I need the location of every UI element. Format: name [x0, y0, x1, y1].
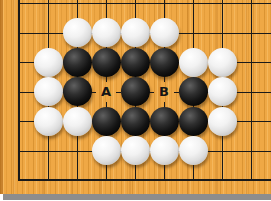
white-stone: [92, 18, 121, 47]
grid-line: [18, 0, 20, 181]
black-stone: [121, 77, 150, 106]
point-label-a[interactable]: A: [97, 85, 115, 99]
white-stone: [179, 48, 208, 77]
label-dash-mark: [164, 102, 165, 107]
label-dash-mark: [106, 77, 107, 82]
black-stone: [121, 48, 150, 77]
white-stone: [121, 18, 150, 47]
black-stone: [121, 107, 150, 136]
grid-line: [251, 0, 252, 181]
grid-line: [19, 3, 271, 4]
white-stone: [208, 107, 237, 136]
white-stone: [63, 107, 92, 136]
point-label-b[interactable]: B: [155, 85, 173, 99]
white-stone: [208, 77, 237, 106]
go-board-diagram: AB: [0, 0, 271, 201]
white-stone: [34, 107, 63, 136]
white-stone: [179, 136, 208, 165]
black-stone: [150, 107, 179, 136]
black-stone: [179, 107, 208, 136]
white-stone: [34, 48, 63, 77]
black-stone: [179, 77, 208, 106]
black-stone: [63, 77, 92, 106]
board-bottom-shadow: [3, 194, 271, 200]
label-dash-mark: [149, 92, 154, 93]
black-stone: [92, 107, 121, 136]
white-stone: [121, 136, 150, 165]
white-stone: [150, 18, 179, 47]
white-stone: [92, 136, 121, 165]
white-stone: [208, 48, 237, 77]
white-stone: [34, 77, 63, 106]
board-left-edge-shading: [0, 0, 3, 194]
black-stone: [92, 48, 121, 77]
white-stone: [150, 136, 179, 165]
label-dash-mark: [164, 77, 165, 82]
grid-line: [19, 179, 271, 181]
black-stone: [150, 48, 179, 77]
black-stone: [63, 48, 92, 77]
label-dash-mark: [91, 92, 96, 93]
label-dash-mark: [106, 102, 107, 107]
white-stone: [63, 18, 92, 47]
